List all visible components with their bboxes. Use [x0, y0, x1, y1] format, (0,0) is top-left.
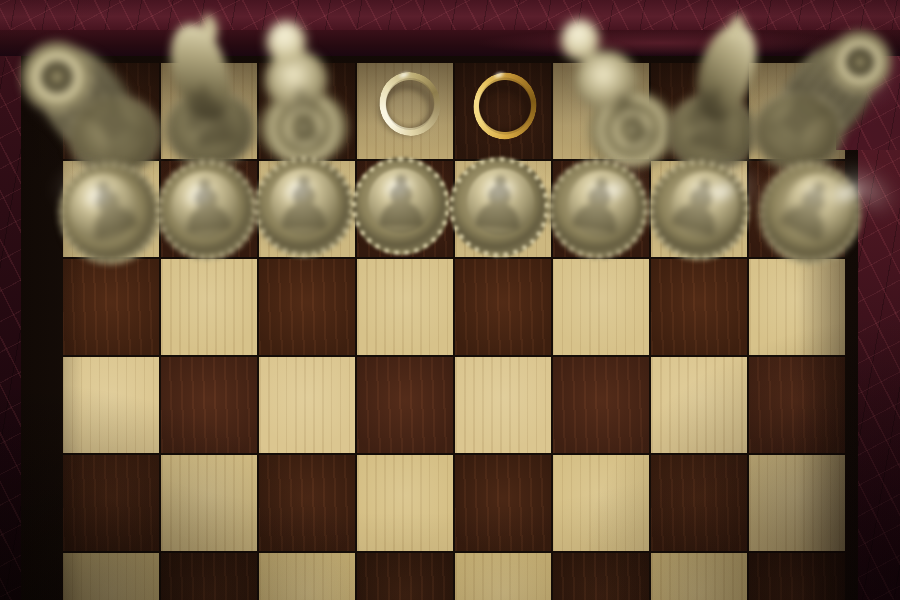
white-pawn-glyph: ♟: [171, 167, 243, 245]
rook-crown: [829, 31, 891, 93]
white-pawn-glyph: ♟: [272, 167, 337, 239]
white-knight-glyph: ♞: [165, 66, 256, 164]
white-pawn-glyph: ♟: [464, 165, 533, 241]
pieces-layer: ♜♞♝♝♞♜♟♟♟♟♟♟♟♟: [0, 0, 900, 600]
white-pawn-glyph: ♟: [560, 164, 636, 246]
bishop-top: [561, 19, 599, 60]
white-bishop-glyph: ♝: [266, 77, 342, 159]
bishop-top: [267, 21, 306, 63]
ring-inner-shadow: [479, 78, 532, 135]
chessboard-photo: ♜♞♝♝♞♜♟♟♟♟♟♟♟♟: [0, 0, 900, 600]
white-pawn-glyph: ♟: [369, 167, 432, 237]
ring-inner-shadow: [386, 78, 435, 130]
